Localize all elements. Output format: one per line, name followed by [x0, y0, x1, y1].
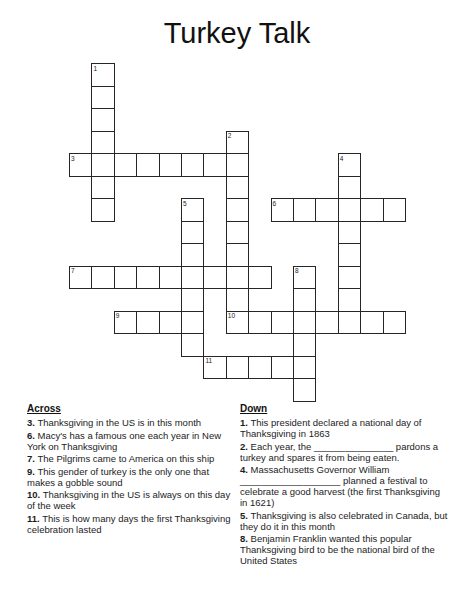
- clue-down-5: 5. Thanksgiving is also celebrated in Ca…: [240, 510, 448, 532]
- grid-cell[interactable]: [293, 378, 316, 402]
- clue-text: Thanksgiving in the US is always on this…: [27, 489, 230, 511]
- grid-cell[interactable]: [69, 266, 92, 290]
- grid-cell[interactable]: [338, 288, 361, 312]
- grid-cell[interactable]: [293, 311, 316, 335]
- clue-number-label: 1.: [240, 417, 248, 428]
- grid-cell[interactable]: [315, 311, 338, 335]
- grid-cell[interactable]: [271, 198, 294, 222]
- clue-number-label: 9.: [27, 466, 35, 477]
- grid-cell[interactable]: [181, 221, 204, 245]
- grid-cell[interactable]: [203, 266, 226, 290]
- grid-cell[interactable]: [226, 266, 249, 290]
- grid-cell[interactable]: [91, 108, 114, 132]
- grid-cell[interactable]: [226, 311, 249, 335]
- grid-cell[interactable]: [69, 153, 92, 177]
- grid-cell[interactable]: [159, 311, 182, 335]
- grid-cell[interactable]: [248, 356, 271, 380]
- grid-cell[interactable]: [226, 356, 249, 380]
- clue-across-11: 11. This is how many days the first Than…: [27, 513, 232, 535]
- grid-cell[interactable]: [181, 311, 204, 335]
- grid-cell[interactable]: [383, 311, 406, 335]
- clue-text: This president declared a national day o…: [240, 417, 422, 439]
- down-heading: Down: [240, 403, 448, 415]
- clue-text: Thanksgiving in the US is in this month: [37, 417, 201, 428]
- crossword-grid: 1234567891011: [69, 63, 407, 403]
- grid-cell[interactable]: [114, 266, 137, 290]
- grid-cell[interactable]: [136, 266, 159, 290]
- clue-number-label: 2.: [240, 441, 248, 452]
- grid-cell[interactable]: [181, 333, 204, 357]
- clue-across-10: 10. Thanksgiving in the US is always on …: [27, 489, 232, 511]
- clue-across-9: 9. This gender of turkey is the only one…: [27, 466, 232, 488]
- clue-text: Each year, the _______________ pardons a…: [240, 441, 438, 463]
- clue-number-label: 6.: [27, 430, 35, 441]
- grid-cell[interactable]: [181, 198, 204, 222]
- grid-cell[interactable]: [383, 198, 406, 222]
- grid-cell[interactable]: [91, 198, 114, 222]
- grid-cell[interactable]: [91, 176, 114, 200]
- grid-cell[interactable]: [226, 198, 249, 222]
- clue-text: Thanksgiving is also celebrated in Canad…: [240, 510, 447, 532]
- grid-cell[interactable]: [91, 153, 114, 177]
- clue-text: This is how many days the first Thanksgi…: [27, 513, 230, 535]
- grid-cell[interactable]: [226, 221, 249, 245]
- clue-text: This gender of turkey is the only one th…: [27, 466, 209, 488]
- grid-cell[interactable]: [338, 221, 361, 245]
- grid-cell[interactable]: [114, 153, 137, 177]
- grid-cell[interactable]: [293, 288, 316, 312]
- grid-cell[interactable]: [181, 243, 204, 267]
- grid-cell[interactable]: [226, 176, 249, 200]
- clue-number-label: 5.: [240, 510, 248, 521]
- clue-text: The Pilgrims came to America on this shi…: [37, 453, 214, 464]
- clue-text: Massachusetts Governor William _________…: [240, 464, 440, 508]
- grid-cell[interactable]: [271, 356, 294, 380]
- grid-cell[interactable]: [181, 288, 204, 312]
- across-heading: Across: [27, 403, 232, 415]
- grid-cell[interactable]: [248, 266, 271, 290]
- grid-cell[interactable]: [338, 311, 361, 335]
- grid-cell[interactable]: [293, 266, 316, 290]
- clue-text: Macy's has a famous one each year in New…: [27, 430, 221, 452]
- grid-cell[interactable]: [338, 153, 361, 177]
- grid-cell[interactable]: [181, 153, 204, 177]
- clue-number-label: 4.: [240, 464, 248, 475]
- clue-across-6: 6. Macy's has a famous one each year in …: [27, 430, 232, 452]
- grid-cell[interactable]: [181, 266, 204, 290]
- grid-cell[interactable]: [338, 198, 361, 222]
- grid-cell[interactable]: [136, 153, 159, 177]
- grid-cell[interactable]: [360, 311, 383, 335]
- clue-text: Benjamin Franklin wanted this popular Th…: [240, 533, 435, 566]
- grid-cell[interactable]: [91, 266, 114, 290]
- clue-number-label: 7.: [27, 453, 35, 464]
- grid-cell[interactable]: [159, 266, 182, 290]
- grid-cell[interactable]: [226, 131, 249, 155]
- down-clues-section: Down 1. This president declared a nation…: [240, 403, 448, 568]
- grid-cell[interactable]: [248, 311, 271, 335]
- grid-cell[interactable]: [203, 153, 226, 177]
- grid-cell[interactable]: [226, 288, 249, 312]
- clue-down-4: 4. Massachusetts Governor William ______…: [240, 464, 448, 508]
- page-title: Turkey Talk: [0, 16, 474, 50]
- clue-number-label: 3.: [27, 417, 35, 428]
- grid-cell[interactable]: [360, 198, 383, 222]
- grid-cell[interactable]: [203, 356, 226, 380]
- clue-across-7: 7. The Pilgrims came to America on this …: [27, 453, 232, 464]
- grid-cell[interactable]: [293, 356, 316, 380]
- clue-number-label: 8.: [240, 533, 248, 544]
- clue-across-3: 3. Thanksgiving in the US is in this mon…: [27, 417, 232, 428]
- grid-cell[interactable]: [338, 266, 361, 290]
- grid-cell[interactable]: [315, 198, 338, 222]
- grid-cell[interactable]: [136, 311, 159, 335]
- grid-cell[interactable]: [91, 131, 114, 155]
- clue-down-2: 2. Each year, the _______________ pardon…: [240, 441, 448, 463]
- clue-number-label: 10.: [27, 489, 40, 500]
- grid-cell[interactable]: [159, 153, 182, 177]
- grid-cell[interactable]: [226, 243, 249, 267]
- grid-cell[interactable]: [338, 243, 361, 267]
- crossword-page: Turkey Talk 1234567891011 Across 3. Than…: [0, 0, 474, 613]
- across-clues-section: Across 3. Thanksgiving in the US is in t…: [27, 403, 232, 536]
- grid-cell[interactable]: [271, 311, 294, 335]
- grid-cell[interactable]: [114, 311, 137, 335]
- grid-cell[interactable]: [338, 176, 361, 200]
- grid-cell[interactable]: [293, 333, 316, 357]
- clue-down-8: 8. Benjamin Franklin wanted this popular…: [240, 533, 448, 566]
- grid-cell[interactable]: [91, 86, 114, 110]
- clue-number-label: 11.: [27, 513, 40, 524]
- grid-cell[interactable]: [91, 63, 114, 87]
- grid-cell[interactable]: [226, 153, 249, 177]
- clue-down-1: 1. This president declared a national da…: [240, 417, 448, 439]
- grid-cell[interactable]: [293, 198, 316, 222]
